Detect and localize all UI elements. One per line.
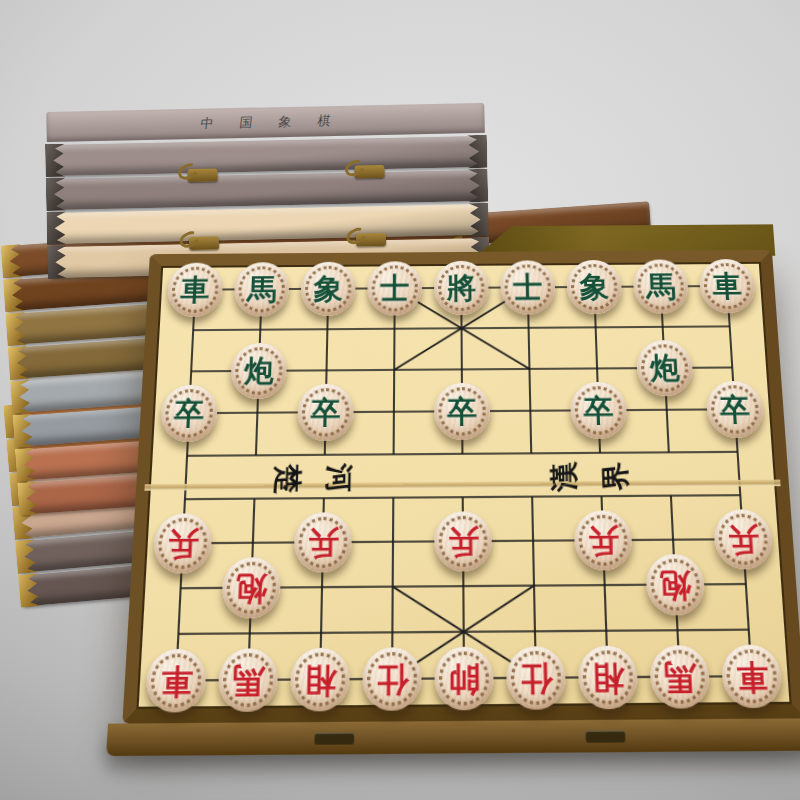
black-piece-character: 馬 [247,275,277,304]
red-piece-character: 兵 [307,526,338,558]
black-piece-character: 車 [180,275,211,304]
red-piece-character: 兵 [727,523,760,555]
red-piece-character: 相 [592,660,625,694]
black-piece-character: 卒 [310,397,341,428]
latch-plate-icon [314,733,354,745]
black-piece-character: 象 [579,272,609,301]
corner-ornament-icon [46,212,67,245]
piece-red-advisor: 仕 [362,647,421,711]
corner-ornament-icon [468,203,489,236]
box-lid-calligraphy: 中国象棋 [173,111,357,133]
black-piece-character: 士 [380,274,409,303]
corner-ornament-icon [5,312,27,346]
latch-plate-icon [586,730,626,742]
black-piece-character: 卒 [447,396,477,427]
black-piece-character: 將 [447,273,476,302]
corner-ornament-icon [1,244,23,278]
red-piece-character: 相 [304,662,336,696]
piece-black-advisor: 士 [500,260,556,315]
corner-ornament-icon [468,169,489,202]
red-piece-character: 車 [735,659,769,693]
corner-ornament-icon [3,278,25,312]
folded-board-slat [48,204,487,244]
red-piece-character: 馬 [663,660,696,694]
corner-ornament-icon [15,448,37,482]
corner-ornament-icon [46,178,67,211]
folded-board-slat [47,136,486,176]
red-piece-character: 馬 [232,663,265,697]
red-piece-character: 仕 [376,662,408,696]
corner-ornament-icon [17,481,39,515]
red-piece-character: 兵 [587,524,619,556]
red-piece-character: 仕 [520,661,552,695]
corner-ornament-icon [18,573,41,608]
red-piece-character: 兵 [167,527,199,560]
river-label-right: 漢界 [549,457,630,497]
piece-red-advisor: 仕 [506,646,566,710]
black-piece-character: 炮 [649,353,680,383]
board-front-edge [106,718,800,756]
xiangqi-board: 楚河 漢界 車馬象士將士象馬車炮炮卒卒卒卒卒兵兵兵兵兵炮炮車馬相仕帥仕相馬車 [122,250,800,724]
black-piece-character: 士 [513,273,543,302]
product-photo-scene: 中国象棋 楚河 漢界 車馬象士將士象馬車炮炮卒卒卒卒卒兵兵兵兵兵炮炮車馬相仕帥仕… [0,0,800,800]
brass-clasp-icon [354,165,384,179]
black-piece-character: 炮 [243,356,274,386]
red-piece-character: 車 [159,663,192,697]
corner-ornament-icon [10,380,32,414]
river-label-left: 楚河 [272,459,353,499]
red-piece-character: 帥 [448,661,480,695]
corner-ornament-icon [8,346,30,380]
corner-ornament-icon [47,246,68,279]
brass-clasp-icon [355,233,385,247]
black-piece-character: 車 [712,271,743,300]
corner-ornament-icon [467,135,488,168]
black-piece-character: 卒 [173,398,204,429]
red-piece-character: 炮 [235,571,267,604]
piece-black-advisor: 士 [367,261,422,316]
red-piece-character: 兵 [448,525,479,557]
corner-ornament-icon [45,144,66,177]
folded-board-slat [48,170,487,210]
brass-clasp-icon [189,236,219,250]
corner-ornament-icon [15,539,38,574]
black-piece-character: 卒 [583,395,614,426]
black-piece-character: 馬 [645,272,676,301]
red-piece-character: 炮 [659,568,692,601]
box-lid: 中国象棋 [46,103,485,142]
board-surface: 楚河 漢界 車馬象士將士象馬車炮炮卒卒卒卒卒兵兵兵兵兵炮炮車馬相仕帥仕相馬車 [136,262,791,709]
black-piece-character: 卒 [719,394,751,425]
black-piece-character: 象 [313,274,343,303]
brass-clasp-icon [188,168,218,182]
corner-ornament-icon [12,414,34,448]
